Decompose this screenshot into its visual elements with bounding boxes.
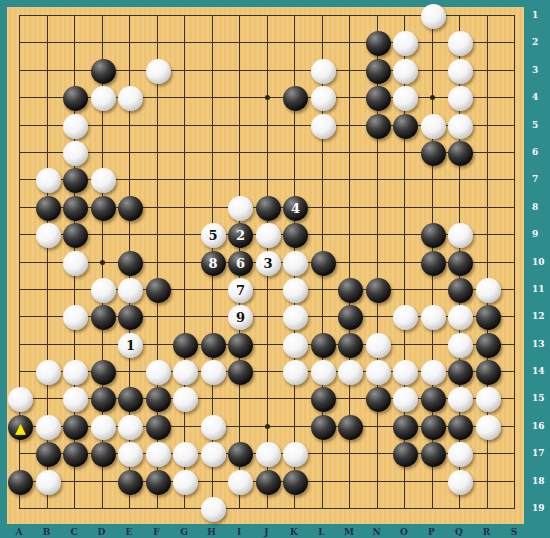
stone-black-O17 [393,442,418,467]
move-number-3: 3 [263,257,272,270]
stone-white-E4 [118,86,143,111]
stone-white-H9: 5 [201,223,226,248]
stone-black-D17 [91,442,116,467]
stone-white-Q17 [448,442,473,467]
column-label-I: I [237,527,241,537]
row-label-9: 9 [532,229,538,239]
stone-white-K14 [283,360,308,385]
row-label-7: 7 [532,174,538,184]
stone-black-K9 [283,223,308,248]
stone-black-M16 [338,415,363,440]
stone-white-J9 [256,223,281,248]
row-label-14: 14 [532,366,545,376]
column-label-O: O [400,527,408,537]
column-label-R: R [483,527,490,537]
column-label-E: E [126,527,133,537]
stone-white-M14 [338,360,363,385]
stone-black-O16 [393,415,418,440]
move-number-8: 8 [208,257,217,270]
stone-white-C6 [63,141,88,166]
stone-black-L10 [311,251,336,276]
stone-white-J10: 3 [256,251,281,276]
stone-white-B14 [36,360,61,385]
stone-white-C5 [63,114,88,139]
stone-black-P6 [421,141,446,166]
stone-white-D7 [91,168,116,193]
stone-white-I12: 9 [228,305,253,330]
stone-black-F16 [146,415,171,440]
row-label-6: 6 [532,147,538,157]
column-label-Q: Q [455,527,463,537]
stone-black-Q6 [448,141,473,166]
stone-white-P12 [421,305,446,330]
grid-line-row-19 [19,508,515,509]
stone-white-O15 [393,387,418,412]
stone-black-Q14 [448,360,473,385]
stone-white-D11 [91,278,116,303]
stone-white-K10 [283,251,308,276]
stone-white-D16 [91,415,116,440]
column-label-F: F [153,527,159,537]
stone-black-B8 [36,196,61,221]
stone-white-A15 [8,387,33,412]
stone-black-N11 [366,278,391,303]
stone-black-E10 [118,251,143,276]
row-label-12: 12 [532,311,545,321]
stone-black-J18 [256,470,281,495]
column-label-J: J [264,527,268,537]
stone-black-C8 [63,196,88,221]
stone-white-K17 [283,442,308,467]
stone-white-R15 [476,387,501,412]
stone-black-H10: 8 [201,251,226,276]
stone-black-K8: 4 [283,196,308,221]
row-label-16: 16 [532,421,545,431]
grid-line-col-S [514,15,515,509]
stone-black-M12 [338,305,363,330]
stone-white-O4 [393,86,418,111]
stone-black-N5 [366,114,391,139]
stone-black-J8 [256,196,281,221]
stone-black-N2 [366,31,391,56]
move-number-9: 9 [236,311,245,324]
column-label-B: B [43,527,51,537]
stone-white-P14 [421,360,446,385]
stone-black-E12 [118,305,143,330]
stone-black-L16 [311,415,336,440]
row-label-10: 10 [532,257,545,267]
stone-white-E17 [118,442,143,467]
stone-black-L15 [311,387,336,412]
row-label-5: 5 [532,120,538,130]
stone-white-G17 [173,442,198,467]
row-label-1: 1 [532,10,538,20]
stone-white-E11 [118,278,143,303]
stone-black-L13 [311,333,336,358]
row-label-8: 8 [532,202,538,212]
stone-white-L5 [311,114,336,139]
star-point-P4 [430,95,435,100]
stone-white-L14 [311,360,336,385]
stone-white-F17 [146,442,171,467]
stone-white-H14 [201,360,226,385]
row-label-13: 13 [532,339,545,349]
row-label-3: 3 [532,65,538,75]
stone-white-C14 [63,360,88,385]
stone-white-E16 [118,415,143,440]
stone-black-P15 [421,387,446,412]
grid-line-row-13 [19,344,515,345]
stone-black-G13 [173,333,198,358]
stone-white-Q12 [448,305,473,330]
stone-black-I14 [228,360,253,385]
stone-white-K12 [283,305,308,330]
stone-white-P5 [421,114,446,139]
stone-black-R12 [476,305,501,330]
stone-black-E8 [118,196,143,221]
stone-black-K4 [283,86,308,111]
stone-white-Q15 [448,387,473,412]
stone-black-F15 [146,387,171,412]
stone-black-P9 [421,223,446,248]
stone-white-C10 [63,251,88,276]
stone-black-R13 [476,333,501,358]
column-label-P: P [428,527,435,537]
stone-white-G18 [173,470,198,495]
stone-white-B18 [36,470,61,495]
column-label-N: N [372,527,380,537]
stone-white-L3 [311,59,336,84]
stone-white-P1 [421,4,446,29]
stone-white-B7 [36,168,61,193]
stone-black-D8 [91,196,116,221]
move-number-4: 4 [291,202,300,215]
stone-white-L4 [311,86,336,111]
stone-white-N14 [366,360,391,385]
stone-black-N15 [366,387,391,412]
stone-black-I17 [228,442,253,467]
move-number-2: 2 [236,229,245,242]
stone-white-O14 [393,360,418,385]
column-label-L: L [318,527,324,537]
stone-white-H16 [201,415,226,440]
stone-white-I11: 7 [228,278,253,303]
row-label-18: 18 [532,476,545,486]
stone-white-O2 [393,31,418,56]
column-label-S: S [511,527,518,537]
stone-white-R16 [476,415,501,440]
column-label-A: A [16,527,23,537]
stone-white-Q3 [448,59,473,84]
stone-white-Q2 [448,31,473,56]
stone-black-F18 [146,470,171,495]
stone-black-N4 [366,86,391,111]
stone-black-I13 [228,333,253,358]
go-board[interactable]: 452863791▲ [7,7,524,524]
triangle-marker-icon: ▲ [15,421,26,435]
go-game-window: 452863791▲ ABCDEFGHIJKLMNOPQRS 123456789… [0,0,550,538]
stone-black-E15 [118,387,143,412]
stone-black-A16: ▲ [8,415,33,440]
stone-white-C15 [63,387,88,412]
stone-white-J17 [256,442,281,467]
stone-white-B9 [36,223,61,248]
stone-white-G14 [173,360,198,385]
stone-white-R11 [476,278,501,303]
row-label-11: 11 [532,284,545,294]
stone-white-H19 [201,497,226,522]
column-label-C: C [70,527,77,537]
column-label-K: K [290,527,298,537]
stone-white-Q9 [448,223,473,248]
star-point-J4 [265,95,270,100]
stone-black-P10 [421,251,446,276]
stone-white-B16 [36,415,61,440]
stone-black-I10: 6 [228,251,253,276]
stone-black-D12 [91,305,116,330]
row-label-4: 4 [532,92,538,102]
row-label-19: 19 [532,503,545,513]
stone-black-C7 [63,168,88,193]
stone-white-C12 [63,305,88,330]
stone-black-I9: 2 [228,223,253,248]
stone-white-K13 [283,333,308,358]
move-number-6: 6 [236,257,245,270]
stone-black-M13 [338,333,363,358]
stone-white-N13 [366,333,391,358]
stone-black-R14 [476,360,501,385]
stone-white-F14 [146,360,171,385]
stone-white-F3 [146,59,171,84]
stone-white-I8 [228,196,253,221]
stone-black-F11 [146,278,171,303]
stone-black-E18 [118,470,143,495]
star-point-D10 [100,260,105,265]
stone-black-Q16 [448,415,473,440]
column-label-M: M [344,527,354,537]
column-label-D: D [98,527,106,537]
stone-black-C17 [63,442,88,467]
row-label-2: 2 [532,37,538,47]
stone-black-P17 [421,442,446,467]
stone-black-C16 [63,415,88,440]
stone-black-O5 [393,114,418,139]
column-label-G: G [180,527,188,537]
stone-white-O12 [393,305,418,330]
move-number-1: 1 [126,339,135,352]
stone-black-A18 [8,470,33,495]
stone-white-Q13 [448,333,473,358]
stone-black-D14 [91,360,116,385]
stone-black-C9 [63,223,88,248]
stone-white-Q5 [448,114,473,139]
stone-white-Q18 [448,470,473,495]
stone-black-N3 [366,59,391,84]
stone-white-O3 [393,59,418,84]
stone-white-G15 [173,387,198,412]
move-number-7: 7 [236,284,245,297]
stone-black-B17 [36,442,61,467]
move-number-5: 5 [208,229,217,242]
stone-white-K11 [283,278,308,303]
stone-black-H13 [201,333,226,358]
stone-white-D4 [91,86,116,111]
stone-white-E13: 1 [118,333,143,358]
stone-white-I18 [228,470,253,495]
stone-black-Q11 [448,278,473,303]
stone-white-Q4 [448,86,473,111]
row-label-17: 17 [532,448,545,458]
stone-black-M11 [338,278,363,303]
stone-white-H17 [201,442,226,467]
stone-black-Q10 [448,251,473,276]
stone-black-D3 [91,59,116,84]
stone-black-P16 [421,415,446,440]
column-label-H: H [207,527,216,537]
stone-black-C4 [63,86,88,111]
star-point-J16 [265,424,270,429]
stone-black-D15 [91,387,116,412]
stone-black-K18 [283,470,308,495]
row-label-15: 15 [532,393,545,403]
